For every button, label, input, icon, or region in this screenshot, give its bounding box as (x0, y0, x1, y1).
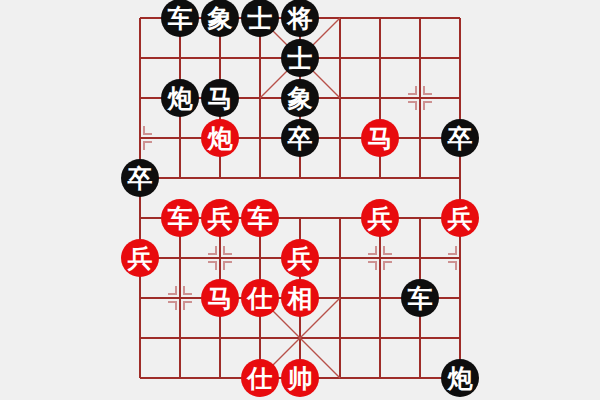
piece-red-general[interactable]: 帅 (281, 359, 319, 397)
piece-red-soldier[interactable]: 兵 (441, 199, 479, 237)
piece-red-advisor[interactable]: 仕 (241, 279, 279, 317)
piece-red-elephant[interactable]: 相 (281, 279, 319, 317)
piece-red-horse[interactable]: 马 (201, 279, 239, 317)
piece-red-soldier[interactable]: 兵 (361, 199, 399, 237)
xiangqi-board: 车象士将士炮马象炮卒马卒卒车兵车兵兵兵兵马仕相车仕帅炮 (140, 18, 460, 378)
piece-red-soldier[interactable]: 兵 (281, 239, 319, 277)
piece-black-soldier[interactable]: 卒 (441, 119, 479, 157)
piece-black-general[interactable]: 将 (281, 0, 319, 37)
piece-black-elephant[interactable]: 象 (281, 79, 319, 117)
piece-black-advisor[interactable]: 士 (241, 0, 279, 37)
piece-black-soldier[interactable]: 卒 (121, 159, 159, 197)
app-canvas: 车象士将士炮马象炮卒马卒卒车兵车兵兵兵兵马仕相车仕帅炮 (0, 0, 600, 400)
piece-black-advisor[interactable]: 士 (281, 39, 319, 77)
piece-black-chariot[interactable]: 车 (161, 0, 199, 37)
piece-black-chariot[interactable]: 车 (401, 279, 439, 317)
piece-red-chariot[interactable]: 车 (241, 199, 279, 237)
piece-red-advisor[interactable]: 仕 (241, 359, 279, 397)
piece-black-soldier[interactable]: 卒 (281, 119, 319, 157)
piece-black-cannon[interactable]: 炮 (161, 79, 199, 117)
piece-black-cannon[interactable]: 炮 (441, 359, 479, 397)
piece-black-elephant[interactable]: 象 (201, 0, 239, 37)
piece-red-chariot[interactable]: 车 (161, 199, 199, 237)
piece-red-horse[interactable]: 马 (361, 119, 399, 157)
piece-red-soldier[interactable]: 兵 (201, 199, 239, 237)
piece-red-soldier[interactable]: 兵 (121, 239, 159, 277)
piece-black-horse[interactable]: 马 (201, 79, 239, 117)
piece-red-cannon[interactable]: 炮 (201, 119, 239, 157)
